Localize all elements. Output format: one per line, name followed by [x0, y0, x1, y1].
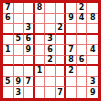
cell-r9c8-empty[interactable] — [77, 87, 88, 98]
cell-r1c1-given: 7 — [3, 3, 14, 14]
cell-r9c3-empty[interactable] — [24, 87, 35, 98]
cell-r2c4-empty[interactable] — [35, 14, 46, 25]
cell-r3c5-empty[interactable] — [45, 24, 56, 35]
cell-r2c7-given: 9 — [66, 14, 77, 25]
cell-r1c8-given: 2 — [77, 3, 88, 14]
cell-r9c1-empty[interactable] — [3, 87, 14, 98]
cell-r4c2-given: 5 — [14, 35, 25, 46]
cell-r7c3-empty[interactable] — [24, 66, 35, 77]
cell-r5c6-empty[interactable] — [56, 45, 67, 56]
cell-r4c8-empty[interactable] — [77, 35, 88, 46]
cell-r6c2-empty[interactable] — [14, 56, 25, 67]
cell-r8c9-given: 3 — [87, 77, 98, 88]
cell-r2c2-empty[interactable] — [14, 14, 25, 25]
cell-r3c6-given: 2 — [56, 24, 67, 35]
cell-r4c6-empty[interactable] — [56, 35, 67, 46]
cell-r2c1-given: 6 — [3, 14, 14, 25]
cell-r2c5-empty[interactable] — [45, 14, 56, 25]
cell-r3c4-empty[interactable] — [35, 24, 46, 35]
cell-r9c4-empty[interactable] — [35, 87, 46, 98]
cell-r6c6-empty[interactable] — [56, 56, 67, 67]
cell-r7c4-given: 1 — [35, 66, 46, 77]
cell-r7c7-given: 2 — [66, 66, 77, 77]
cell-r8c1-given: 5 — [3, 77, 14, 88]
cell-r1c4-given: 8 — [35, 3, 46, 14]
cell-r4c5-given: 3 — [45, 35, 56, 46]
cell-r1c5-empty[interactable] — [45, 3, 56, 14]
cell-r8c3-given: 7 — [24, 77, 35, 88]
cell-r1c7-empty[interactable] — [66, 3, 77, 14]
cell-r2c9-given: 8 — [87, 14, 98, 25]
cell-r1c2-empty[interactable] — [14, 3, 25, 14]
cell-r8c5-empty[interactable] — [45, 77, 56, 88]
cell-r6c5-given: 2 — [45, 56, 56, 67]
cell-r3c2-empty[interactable] — [14, 24, 25, 35]
cell-r9c2-given: 3 — [14, 87, 25, 98]
cell-r1c3-empty[interactable] — [24, 3, 35, 14]
cell-r3c7-empty[interactable] — [66, 24, 77, 35]
cell-r5c4-empty[interactable] — [35, 45, 46, 56]
cell-r7c8-empty[interactable] — [77, 66, 88, 77]
cell-r7c2-empty[interactable] — [14, 66, 25, 77]
cell-r3c8-empty[interactable] — [77, 24, 88, 35]
cell-r5c2-empty[interactable] — [14, 45, 25, 56]
cell-r8c6-empty[interactable] — [56, 77, 67, 88]
cell-r4c7-empty[interactable] — [66, 35, 77, 46]
cell-r9c6-given: 7 — [56, 87, 67, 98]
cell-r4c3-given: 6 — [24, 35, 35, 46]
cell-r5c3-given: 9 — [24, 45, 35, 56]
cell-r8c8-empty[interactable] — [77, 77, 88, 88]
cell-r9c5-empty[interactable] — [45, 87, 56, 98]
cell-r5c9-given: 4 — [87, 45, 98, 56]
sudoku-board: 78269483256319674286125973379 — [0, 0, 101, 101]
cell-r8c2-given: 9 — [14, 77, 25, 88]
cell-r9c9-given: 9 — [87, 87, 98, 98]
cell-r1c9-empty[interactable] — [87, 3, 98, 14]
cell-r5c1-given: 1 — [3, 45, 14, 56]
cell-r7c5-empty[interactable] — [45, 66, 56, 77]
cell-r6c9-empty[interactable] — [87, 56, 98, 67]
cell-r7c9-empty[interactable] — [87, 66, 98, 77]
cell-r4c1-empty[interactable] — [3, 35, 14, 46]
cell-r3c9-empty[interactable] — [87, 24, 98, 35]
cell-r3c3-given: 3 — [24, 24, 35, 35]
cell-r6c3-empty[interactable] — [24, 56, 35, 67]
cell-r4c4-empty[interactable] — [35, 35, 46, 46]
cell-r8c7-empty[interactable] — [66, 77, 77, 88]
cell-r7c6-empty[interactable] — [56, 66, 67, 77]
cell-r4c9-empty[interactable] — [87, 35, 98, 46]
cell-r6c7-given: 8 — [66, 56, 77, 67]
cell-r9c7-empty[interactable] — [66, 87, 77, 98]
cell-r6c1-empty[interactable] — [3, 56, 14, 67]
cell-r6c8-given: 6 — [77, 56, 88, 67]
cell-r3c1-empty[interactable] — [3, 24, 14, 35]
cell-r7c1-empty[interactable] — [3, 66, 14, 77]
cell-r6c4-empty[interactable] — [35, 56, 46, 67]
cell-r1c6-empty[interactable] — [56, 3, 67, 14]
cell-r2c8-given: 4 — [77, 14, 88, 25]
cell-r8c4-empty[interactable] — [35, 77, 46, 88]
